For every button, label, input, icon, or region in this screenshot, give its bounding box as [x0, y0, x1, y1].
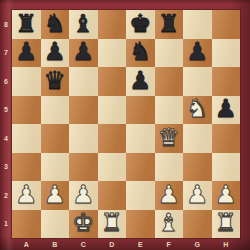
square-g8[interactable] [183, 10, 212, 39]
rank-label-4: 4 [0, 124, 12, 153]
piece-white-rook[interactable]: ♜ [215, 210, 237, 235]
piece-white-pawn[interactable]: ♟ [158, 182, 180, 207]
square-f5[interactable] [155, 96, 184, 125]
square-b1[interactable] [41, 210, 70, 239]
square-e3[interactable] [126, 153, 155, 182]
piece-black-rook[interactable]: ♜ [15, 11, 37, 36]
square-d6[interactable] [98, 67, 127, 96]
piece-black-pawn[interactable]: ♟ [129, 68, 151, 93]
square-f3[interactable] [155, 153, 184, 182]
square-g6[interactable] [183, 67, 212, 96]
square-h2[interactable]: ♟ [212, 181, 241, 210]
square-h5[interactable]: ♟ [212, 96, 241, 125]
piece-black-pawn[interactable]: ♟ [72, 39, 94, 64]
rank-label-7: 7 [0, 39, 12, 68]
square-c5[interactable] [69, 96, 98, 125]
square-e4[interactable] [126, 124, 155, 153]
square-b4[interactable] [41, 124, 70, 153]
piece-black-rook[interactable]: ♜ [158, 11, 180, 36]
piece-black-knight[interactable]: ♞ [129, 39, 151, 64]
rank-label-2: 2 [0, 181, 12, 210]
square-c7[interactable]: ♟ [69, 39, 98, 68]
square-h3[interactable] [212, 153, 241, 182]
square-f1[interactable]: ♝ [155, 210, 184, 239]
rank-labels: 87654321 [0, 10, 12, 238]
piece-white-pawn[interactable]: ♟ [44, 182, 66, 207]
piece-black-pawn[interactable]: ♟ [186, 39, 208, 64]
piece-white-bishop[interactable]: ♝ [158, 210, 180, 235]
piece-black-pawn[interactable]: ♟ [15, 39, 37, 64]
square-a2[interactable]: ♟ [12, 181, 41, 210]
square-b5[interactable] [41, 96, 70, 125]
file-label-d: D [98, 238, 127, 250]
rank-label-1: 1 [0, 210, 12, 239]
rank-label-6: 6 [0, 67, 12, 96]
square-g3[interactable] [183, 153, 212, 182]
file-label-b: B [41, 238, 70, 250]
square-d8[interactable] [98, 10, 127, 39]
square-a5[interactable] [12, 96, 41, 125]
square-f6[interactable] [155, 67, 184, 96]
rank-label-3: 3 [0, 153, 12, 182]
file-label-e: E [126, 238, 155, 250]
piece-black-knight[interactable]: ♞ [44, 11, 66, 36]
board: ♜♞♝♚♜♟♟♟♞♟♛♟♞♟♛♟♟♟♟♟♟♚♜♝♜ [12, 10, 240, 238]
piece-white-rook[interactable]: ♜ [101, 210, 123, 235]
square-e2[interactable] [126, 181, 155, 210]
square-e5[interactable] [126, 96, 155, 125]
square-b2[interactable]: ♟ [41, 181, 70, 210]
square-d7[interactable] [98, 39, 127, 68]
file-label-f: F [155, 238, 184, 250]
square-c1[interactable]: ♚ [69, 210, 98, 239]
piece-black-pawn[interactable]: ♟ [44, 39, 66, 64]
file-label-c: C [69, 238, 98, 250]
square-f8[interactable]: ♜ [155, 10, 184, 39]
square-h4[interactable] [212, 124, 241, 153]
square-e6[interactable]: ♟ [126, 67, 155, 96]
square-a4[interactable] [12, 124, 41, 153]
piece-white-king[interactable]: ♚ [72, 210, 94, 235]
square-d4[interactable] [98, 124, 127, 153]
square-d3[interactable] [98, 153, 127, 182]
square-g7[interactable]: ♟ [183, 39, 212, 68]
square-e7[interactable]: ♞ [126, 39, 155, 68]
piece-black-pawn[interactable]: ♟ [215, 96, 237, 121]
square-g4[interactable] [183, 124, 212, 153]
piece-white-pawn[interactable]: ♟ [186, 182, 208, 207]
square-b8[interactable]: ♞ [41, 10, 70, 39]
square-b7[interactable]: ♟ [41, 39, 70, 68]
square-g1[interactable] [183, 210, 212, 239]
square-g2[interactable]: ♟ [183, 181, 212, 210]
square-f2[interactable]: ♟ [155, 181, 184, 210]
square-c8[interactable]: ♝ [69, 10, 98, 39]
file-label-a: A [12, 238, 41, 250]
square-h1[interactable]: ♜ [212, 210, 241, 239]
square-g5[interactable]: ♞ [183, 96, 212, 125]
piece-black-queen[interactable]: ♛ [44, 68, 66, 93]
piece-white-pawn[interactable]: ♟ [215, 182, 237, 207]
square-c2[interactable]: ♟ [69, 181, 98, 210]
square-h7[interactable] [212, 39, 241, 68]
square-f7[interactable] [155, 39, 184, 68]
piece-white-pawn[interactable]: ♟ [15, 182, 37, 207]
square-d5[interactable] [98, 96, 127, 125]
piece-white-queen[interactable]: ♛ [158, 125, 180, 150]
square-a8[interactable]: ♜ [12, 10, 41, 39]
square-h8[interactable] [212, 10, 241, 39]
file-label-h: H [212, 238, 241, 250]
piece-black-bishop[interactable]: ♝ [72, 11, 94, 36]
square-a7[interactable]: ♟ [12, 39, 41, 68]
rank-label-5: 5 [0, 96, 12, 125]
square-h6[interactable] [212, 67, 241, 96]
square-b6[interactable]: ♛ [41, 67, 70, 96]
file-labels: ABCDEFGH [12, 238, 240, 250]
square-c6[interactable] [69, 67, 98, 96]
square-b3[interactable] [41, 153, 70, 182]
square-a3[interactable] [12, 153, 41, 182]
piece-black-king[interactable]: ♚ [129, 11, 151, 36]
square-c4[interactable] [69, 124, 98, 153]
square-a6[interactable] [12, 67, 41, 96]
square-d2[interactable] [98, 181, 127, 210]
square-e1[interactable] [126, 210, 155, 239]
square-a1[interactable] [12, 210, 41, 239]
square-e8[interactable]: ♚ [126, 10, 155, 39]
square-f4[interactable]: ♛ [155, 124, 184, 153]
chessboard-frame: 87654321 ♜♞♝♚♜♟♟♟♞♟♛♟♞♟♛♟♟♟♟♟♟♚♜♝♜ ABCDE… [0, 0, 250, 250]
square-d1[interactable]: ♜ [98, 210, 127, 239]
piece-white-pawn[interactable]: ♟ [72, 182, 94, 207]
square-c3[interactable] [69, 153, 98, 182]
piece-white-knight[interactable]: ♞ [186, 96, 208, 121]
rank-label-8: 8 [0, 10, 12, 39]
file-label-g: G [183, 238, 212, 250]
